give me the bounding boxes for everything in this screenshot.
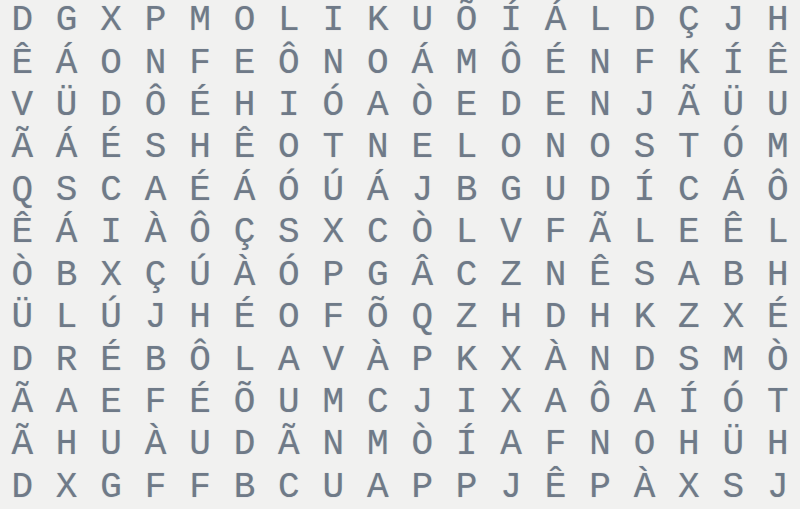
grid-cell[interactable]: S	[267, 212, 311, 254]
grid-cell[interactable]: G	[89, 467, 133, 509]
grid-cell[interactable]: Ç	[222, 212, 266, 254]
grid-cell[interactable]: A	[667, 255, 711, 297]
grid-cell[interactable]: B	[711, 255, 755, 297]
grid-cell[interactable]: L	[622, 212, 666, 254]
grid-cell[interactable]: A	[622, 382, 666, 424]
grid-cell[interactable]: Ã	[0, 424, 44, 466]
grid-cell[interactable]: Ô	[756, 170, 800, 212]
grid-cell[interactable]: D	[489, 85, 533, 127]
grid-cell[interactable]: B	[44, 255, 88, 297]
grid-cell[interactable]: H	[667, 424, 711, 466]
grid-cell[interactable]: A	[489, 424, 533, 466]
grid-cell[interactable]: C	[356, 212, 400, 254]
grid-cell[interactable]: Ê	[533, 467, 577, 509]
grid-cell[interactable]: H	[756, 424, 800, 466]
grid-cell[interactable]: L	[222, 339, 266, 381]
grid-cell[interactable]: Ò	[400, 424, 444, 466]
grid-cell[interactable]: Ú	[311, 170, 355, 212]
grid-cell[interactable]: N	[578, 85, 622, 127]
grid-cell[interactable]: B	[133, 339, 177, 381]
grid-cell[interactable]: É	[89, 339, 133, 381]
grid-cell[interactable]: S	[711, 467, 755, 509]
grid-cell[interactable]: Ò	[400, 212, 444, 254]
grid-cell[interactable]: Ê	[0, 42, 44, 84]
grid-cell[interactable]: Â	[400, 255, 444, 297]
grid-cell[interactable]: U	[178, 424, 222, 466]
grid-cell[interactable]: M	[711, 339, 755, 381]
grid-cell[interactable]: H	[178, 127, 222, 169]
grid-cell[interactable]: H	[578, 297, 622, 339]
grid-cell[interactable]: Ü	[0, 297, 44, 339]
grid-cell[interactable]: J	[400, 170, 444, 212]
grid-cell[interactable]: Á	[711, 170, 755, 212]
grid-cell[interactable]: Ô	[178, 339, 222, 381]
grid-cell[interactable]: M	[311, 382, 355, 424]
grid-cell[interactable]: X	[89, 0, 133, 42]
grid-cell[interactable]: L	[756, 212, 800, 254]
grid-cell[interactable]: É	[178, 85, 222, 127]
grid-cell[interactable]: Ê	[578, 255, 622, 297]
grid-cell[interactable]: J	[489, 467, 533, 509]
grid-cell[interactable]: Ú	[178, 255, 222, 297]
grid-cell[interactable]: U	[267, 382, 311, 424]
grid-cell[interactable]: N	[311, 424, 355, 466]
grid-cell[interactable]: U	[400, 0, 444, 42]
grid-cell[interactable]: Q	[0, 170, 44, 212]
grid-cell[interactable]: Ê	[222, 127, 266, 169]
grid-cell[interactable]: Ò	[756, 339, 800, 381]
grid-cell[interactable]: Ô	[267, 42, 311, 84]
grid-cell[interactable]: L	[44, 297, 88, 339]
grid-cell[interactable]: P	[133, 0, 177, 42]
grid-cell[interactable]: À	[133, 212, 177, 254]
grid-cell[interactable]: É	[222, 297, 266, 339]
grid-cell[interactable]: Ó	[311, 85, 355, 127]
grid-cell[interactable]: P	[400, 467, 444, 509]
grid-cell[interactable]: D	[222, 424, 266, 466]
grid-cell[interactable]: H	[489, 297, 533, 339]
grid-cell[interactable]: Ô	[489, 42, 533, 84]
grid-cell[interactable]: Ê	[756, 42, 800, 84]
grid-cell[interactable]: É	[178, 170, 222, 212]
grid-cell[interactable]: I	[267, 85, 311, 127]
grid-cell[interactable]: I	[311, 0, 355, 42]
grid-cell[interactable]: L	[578, 0, 622, 42]
grid-cell[interactable]: B	[444, 170, 488, 212]
grid-cell[interactable]: F	[178, 42, 222, 84]
grid-cell[interactable]: Á	[44, 42, 88, 84]
grid-cell[interactable]: Ã	[578, 212, 622, 254]
grid-cell[interactable]: Q	[400, 297, 444, 339]
grid-cell[interactable]: À	[133, 424, 177, 466]
grid-cell[interactable]: O	[222, 0, 266, 42]
grid-cell[interactable]: D	[578, 170, 622, 212]
grid-cell[interactable]: S	[44, 170, 88, 212]
grid-cell[interactable]: D	[0, 467, 44, 509]
grid-cell[interactable]: O	[267, 297, 311, 339]
grid-cell[interactable]: L	[444, 212, 488, 254]
grid-cell[interactable]: Ê	[711, 212, 755, 254]
grid-cell[interactable]: E	[444, 85, 488, 127]
grid-cell[interactable]: Ã	[267, 424, 311, 466]
grid-cell[interactable]: Ú	[89, 297, 133, 339]
grid-cell[interactable]: O	[89, 42, 133, 84]
grid-cell[interactable]: K	[356, 0, 400, 42]
grid-cell[interactable]: J	[622, 85, 666, 127]
grid-cell[interactable]: F	[133, 382, 177, 424]
grid-cell[interactable]: Z	[489, 255, 533, 297]
grid-cell[interactable]: G	[489, 170, 533, 212]
grid-cell[interactable]: Õ	[222, 382, 266, 424]
grid-cell[interactable]: R	[44, 339, 88, 381]
grid-cell[interactable]: K	[622, 297, 666, 339]
grid-cell[interactable]: V	[489, 212, 533, 254]
grid-cell[interactable]: Z	[667, 297, 711, 339]
grid-cell[interactable]: Á	[222, 170, 266, 212]
grid-cell[interactable]: H	[44, 424, 88, 466]
grid-cell[interactable]: B	[222, 467, 266, 509]
grid-cell[interactable]: O	[578, 127, 622, 169]
grid-cell[interactable]: U	[756, 85, 800, 127]
grid-cell[interactable]: À	[222, 255, 266, 297]
grid-cell[interactable]: H	[178, 297, 222, 339]
grid-cell[interactable]: E	[222, 42, 266, 84]
grid-cell[interactable]: X	[89, 255, 133, 297]
grid-cell[interactable]: F	[133, 467, 177, 509]
grid-cell[interactable]: X	[489, 339, 533, 381]
grid-cell[interactable]: Ç	[133, 255, 177, 297]
grid-cell[interactable]: A	[533, 382, 577, 424]
grid-cell[interactable]: L	[444, 127, 488, 169]
grid-cell[interactable]: U	[533, 170, 577, 212]
grid-cell[interactable]: H	[222, 85, 266, 127]
grid-cell[interactable]: É	[89, 127, 133, 169]
grid-cell[interactable]: F	[178, 467, 222, 509]
grid-cell[interactable]: S	[133, 127, 177, 169]
grid-cell[interactable]: Ü	[44, 85, 88, 127]
grid-cell[interactable]: S	[622, 127, 666, 169]
grid-cell[interactable]: D	[0, 0, 44, 42]
grid-cell[interactable]: É	[178, 382, 222, 424]
grid-cell[interactable]: Í	[667, 382, 711, 424]
grid-cell[interactable]: C	[667, 170, 711, 212]
grid-cell[interactable]: I	[444, 382, 488, 424]
grid-cell[interactable]: N	[578, 339, 622, 381]
grid-cell[interactable]: Í	[622, 170, 666, 212]
grid-cell[interactable]: F	[533, 424, 577, 466]
grid-cell[interactable]: N	[533, 255, 577, 297]
grid-cell[interactable]: À	[533, 339, 577, 381]
grid-cell[interactable]: C	[89, 170, 133, 212]
grid-cell[interactable]: K	[667, 42, 711, 84]
grid-cell[interactable]: P	[400, 339, 444, 381]
grid-cell[interactable]: N	[133, 42, 177, 84]
grid-cell[interactable]: C	[356, 382, 400, 424]
grid-cell[interactable]: D	[622, 339, 666, 381]
grid-cell[interactable]: T	[756, 382, 800, 424]
grid-cell[interactable]: S	[667, 339, 711, 381]
grid-cell[interactable]: A	[44, 382, 88, 424]
grid-cell[interactable]: S	[622, 255, 666, 297]
grid-cell[interactable]: G	[356, 255, 400, 297]
grid-cell[interactable]: D	[89, 85, 133, 127]
grid-cell[interactable]: F	[622, 42, 666, 84]
grid-cell[interactable]: A	[356, 85, 400, 127]
grid-cell[interactable]: O	[622, 424, 666, 466]
grid-cell[interactable]: Ü	[711, 85, 755, 127]
grid-cell[interactable]: E	[533, 85, 577, 127]
grid-cell[interactable]: E	[400, 127, 444, 169]
grid-cell[interactable]: Ç	[667, 0, 711, 42]
grid-cell[interactable]: Ó	[711, 382, 755, 424]
grid-cell[interactable]: X	[311, 212, 355, 254]
grid-cell[interactable]: D	[0, 339, 44, 381]
grid-cell[interactable]: E	[89, 382, 133, 424]
grid-cell[interactable]: N	[578, 424, 622, 466]
grid-cell[interactable]: P	[311, 255, 355, 297]
grid-cell[interactable]: Ê	[0, 212, 44, 254]
grid-cell[interactable]: D	[622, 0, 666, 42]
grid-cell[interactable]: J	[711, 0, 755, 42]
grid-cell[interactable]: N	[356, 127, 400, 169]
grid-cell[interactable]: F	[311, 297, 355, 339]
grid-cell[interactable]: H	[756, 255, 800, 297]
grid-cell[interactable]: Ò	[400, 85, 444, 127]
grid-cell[interactable]: Ü	[711, 424, 755, 466]
grid-cell[interactable]: A	[133, 170, 177, 212]
grid-cell[interactable]: Ã	[0, 382, 44, 424]
grid-cell[interactable]: J	[756, 467, 800, 509]
grid-cell[interactable]: O	[356, 42, 400, 84]
grid-cell[interactable]: Õ	[356, 297, 400, 339]
grid-cell[interactable]: Í	[489, 0, 533, 42]
grid-cell[interactable]: U	[89, 424, 133, 466]
grid-cell[interactable]: Á	[356, 170, 400, 212]
grid-cell[interactable]: V	[0, 85, 44, 127]
grid-cell[interactable]: X	[44, 467, 88, 509]
grid-cell[interactable]: T	[311, 127, 355, 169]
grid-cell[interactable]: Õ	[444, 0, 488, 42]
grid-cell[interactable]: X	[489, 382, 533, 424]
grid-cell[interactable]: O	[267, 127, 311, 169]
grid-cell[interactable]: M	[756, 127, 800, 169]
grid-cell[interactable]: C	[267, 467, 311, 509]
grid-cell[interactable]: Ô	[178, 212, 222, 254]
grid-cell[interactable]: Ô	[578, 382, 622, 424]
word-search-grid: DGXPMOLIKUÕÍÁLDÇJHÊÁONFEÔNOÁMÔÉNFKÍÊVÜDÔ…	[0, 0, 800, 509]
grid-cell[interactable]: Í	[711, 42, 755, 84]
grid-cell[interactable]: N	[311, 42, 355, 84]
grid-cell[interactable]: J	[400, 382, 444, 424]
grid-cell[interactable]: F	[533, 212, 577, 254]
grid-cell[interactable]: Ó	[711, 127, 755, 169]
grid-cell[interactable]: Ó	[267, 255, 311, 297]
grid-cell[interactable]: Á	[533, 0, 577, 42]
grid-cell[interactable]: É	[756, 297, 800, 339]
grid-cell[interactable]: G	[44, 0, 88, 42]
grid-cell[interactable]: Ô	[133, 85, 177, 127]
grid-cell[interactable]: Á	[44, 212, 88, 254]
grid-cell[interactable]: M	[444, 42, 488, 84]
grid-cell[interactable]: N	[533, 127, 577, 169]
grid-cell[interactable]: Á	[400, 42, 444, 84]
grid-cell[interactable]: A	[267, 339, 311, 381]
grid-cell[interactable]: Á	[44, 127, 88, 169]
grid-cell[interactable]: A	[356, 467, 400, 509]
grid-cell[interactable]: I	[89, 212, 133, 254]
grid-cell[interactable]: T	[667, 127, 711, 169]
grid-cell[interactable]: C	[444, 255, 488, 297]
grid-cell[interactable]: Z	[444, 297, 488, 339]
grid-cell[interactable]: X	[667, 467, 711, 509]
grid-cell[interactable]: Ó	[267, 170, 311, 212]
grid-cell[interactable]: X	[711, 297, 755, 339]
grid-cell[interactable]: Ã	[667, 85, 711, 127]
grid-cell[interactable]: H	[756, 0, 800, 42]
grid-cell[interactable]: D	[533, 297, 577, 339]
grid-cell[interactable]: À	[622, 467, 666, 509]
grid-cell[interactable]: Í	[444, 424, 488, 466]
grid-cell[interactable]: N	[578, 42, 622, 84]
grid-cell[interactable]: L	[267, 0, 311, 42]
grid-cell[interactable]: Ò	[0, 255, 44, 297]
grid-cell[interactable]: P	[578, 467, 622, 509]
grid-cell[interactable]: E	[667, 212, 711, 254]
grid-cell[interactable]: P	[444, 467, 488, 509]
grid-cell[interactable]: K	[444, 339, 488, 381]
grid-cell[interactable]: É	[533, 42, 577, 84]
grid-cell[interactable]: J	[133, 297, 177, 339]
grid-cell[interactable]: V	[311, 339, 355, 381]
grid-cell[interactable]: O	[489, 127, 533, 169]
grid-cell[interactable]: U	[311, 467, 355, 509]
grid-cell[interactable]: M	[356, 424, 400, 466]
grid-cell[interactable]: M	[178, 0, 222, 42]
grid-cell[interactable]: Ã	[0, 127, 44, 169]
grid-cell[interactable]: À	[356, 339, 400, 381]
